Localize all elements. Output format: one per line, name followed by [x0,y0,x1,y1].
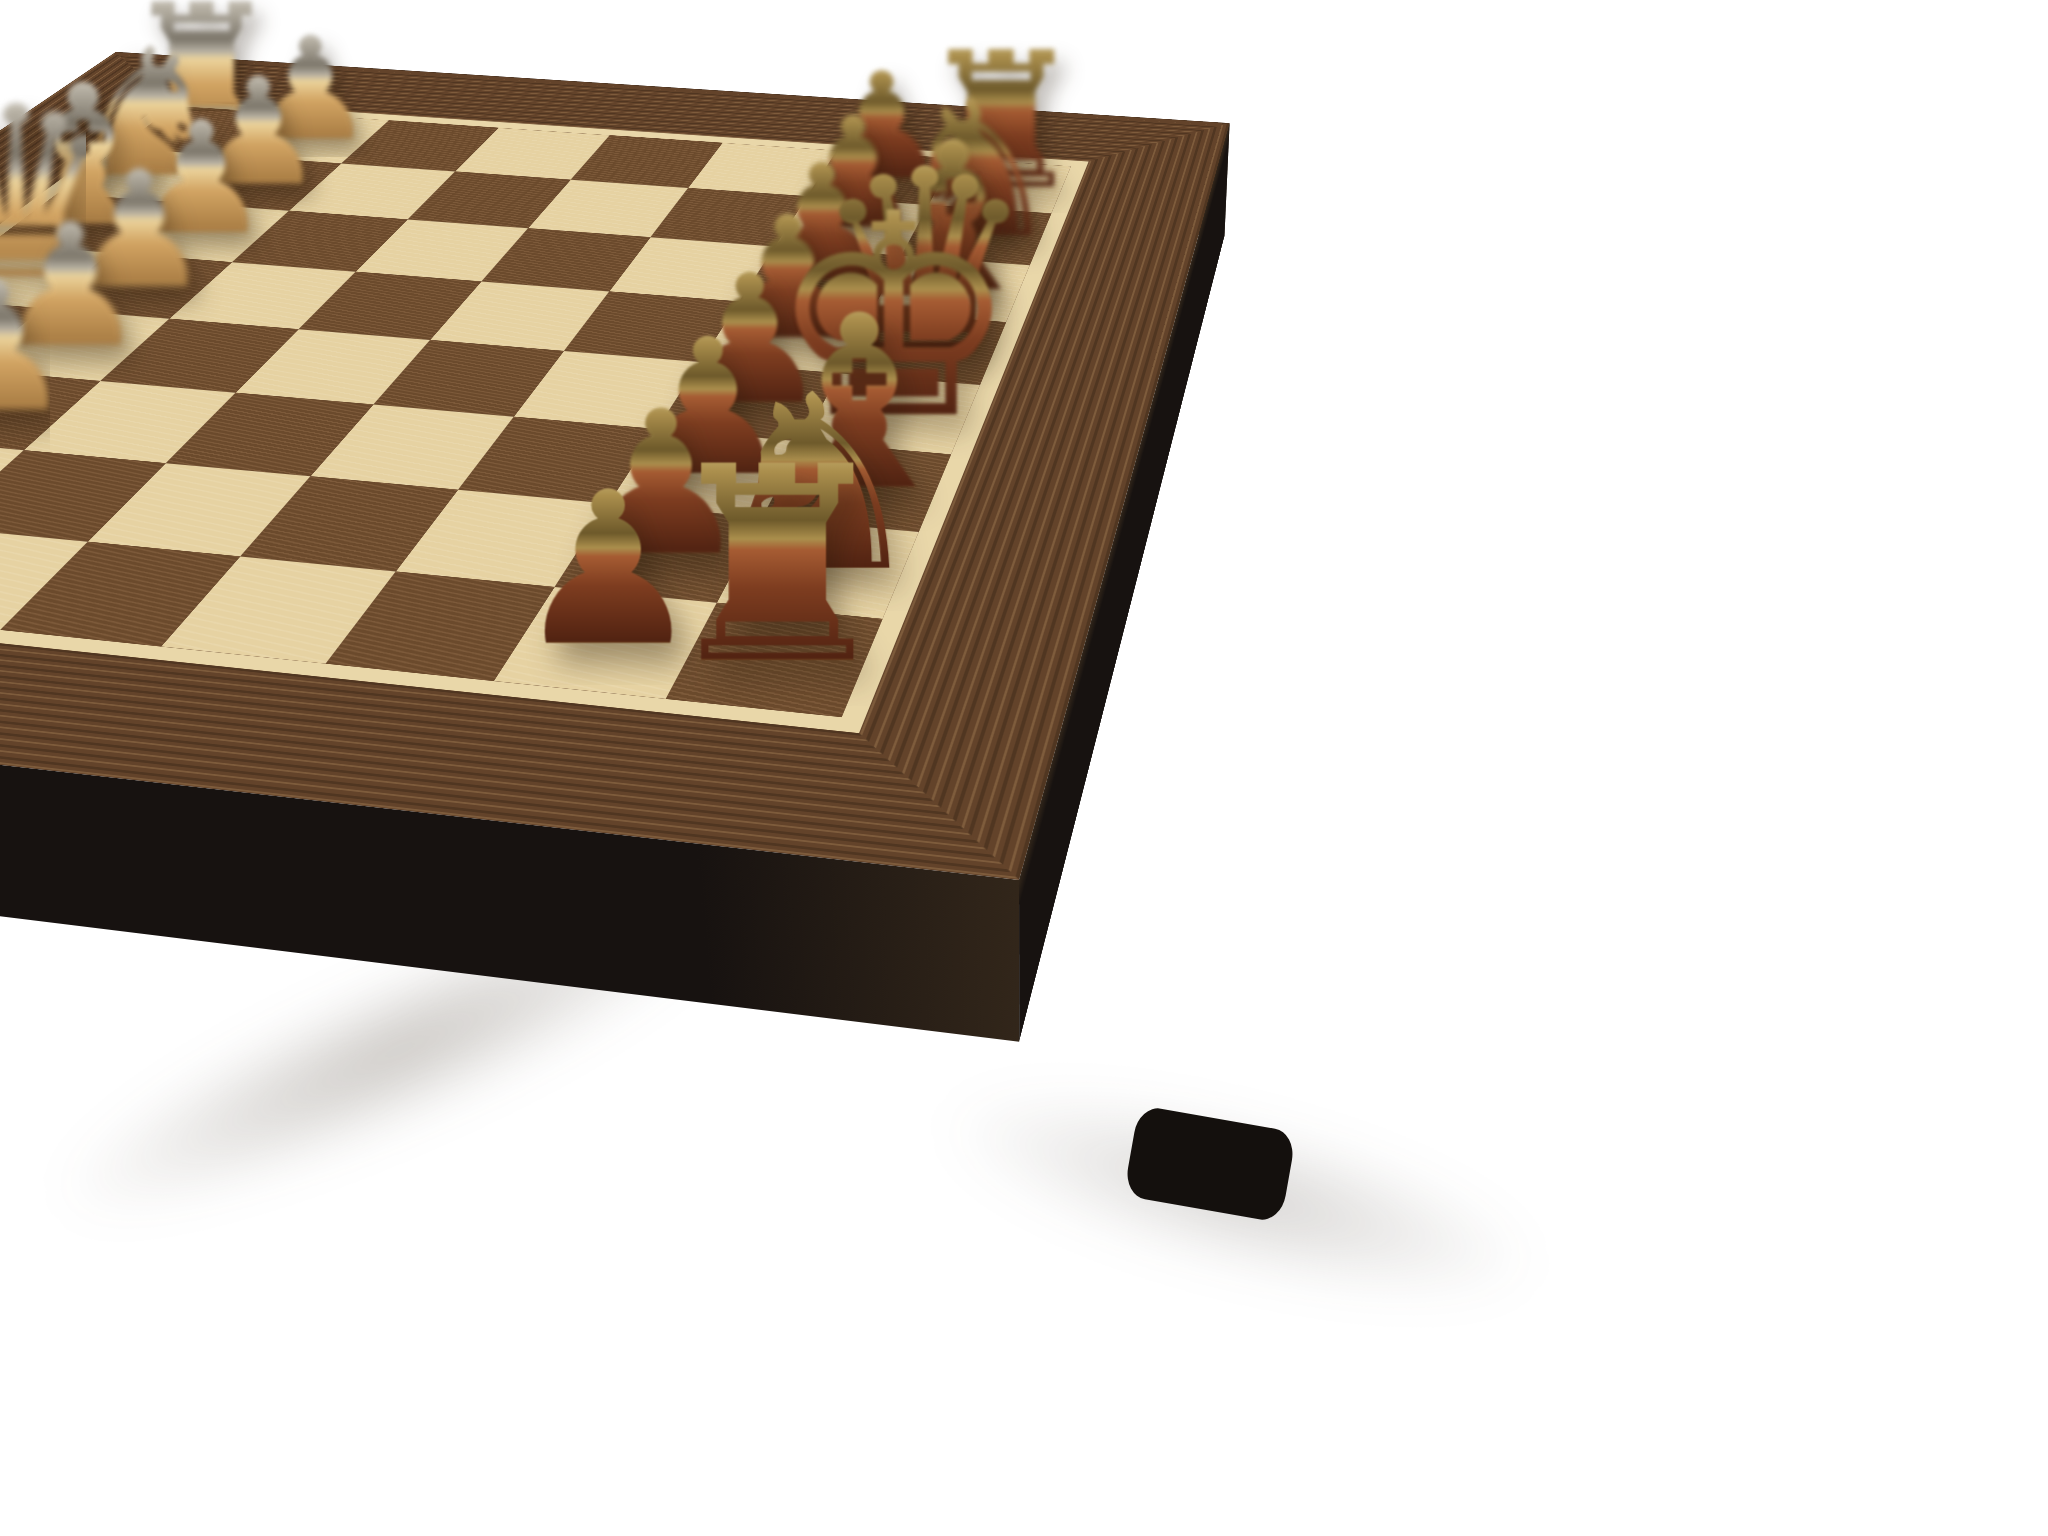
scene: ♜♞♝♛♚♝♞♜♟♟♟♟♟♟♟♟♟♟♟♟♟♟♟♟♜♞♝♛♚♝♞♜ [0,0,2048,1536]
white-pawn-glyph: ♟ [0,258,75,409]
square-d4 [298,272,481,340]
board-top: ♜♞♝♛♚♝♞♜♟♟♟♟♟♟♟♟♟♟♟♟♟♟♟♟♜♞♝♛♚♝♞♜ [0,52,1230,880]
black-rook-glyph: ♜ [656,431,898,658]
chess-board: ♜♞♝♛♚♝♞♜♟♟♟♟♟♟♟♟♟♟♟♟♟♟♟♟♜♞♝♛♚♝♞♜ [0,52,1230,880]
square-g2 [0,437,24,527]
